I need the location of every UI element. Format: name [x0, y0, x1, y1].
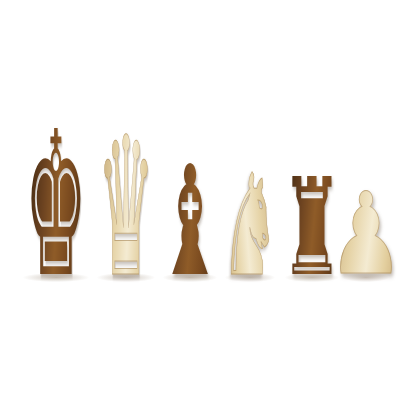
piece-shadow — [23, 273, 89, 282]
piece-shadow — [97, 273, 155, 282]
piece-shadow — [343, 273, 389, 282]
piece-shadow — [163, 273, 217, 282]
piece-shadow — [225, 273, 275, 282]
product-photo-chess-pieces: ♚ ♛ ♝ ♞ ♜ ♟ — [0, 0, 400, 400]
